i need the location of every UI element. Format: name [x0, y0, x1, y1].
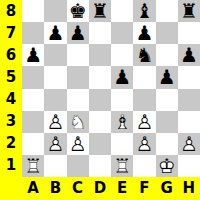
rank-label-7: 7	[0, 22, 22, 44]
piece-white-pawn[interactable]: ♟♙	[67, 133, 89, 155]
rank-label-6: 6	[0, 44, 22, 66]
square-b4[interactable]	[44, 89, 66, 111]
square-f6[interactable]: ♞	[133, 44, 155, 66]
rank-label-3: 3	[0, 111, 22, 133]
piece-black-pawn[interactable]: ♟	[111, 66, 133, 88]
file-label-e: E	[111, 177, 133, 200]
square-b6[interactable]	[44, 44, 66, 66]
square-a4[interactable]	[22, 89, 44, 111]
square-a3[interactable]	[22, 111, 44, 133]
file-label-h: H	[178, 177, 200, 200]
piece-white-king[interactable]: ♚♔	[156, 155, 178, 177]
square-g2[interactable]	[156, 133, 178, 155]
piece-black-bishop[interactable]: ♝	[133, 0, 155, 22]
square-f5[interactable]	[133, 66, 155, 88]
file-label-a: A	[22, 177, 44, 200]
square-d5[interactable]	[89, 66, 111, 88]
black-pawn-icon: ♟	[156, 66, 178, 88]
file-label-b: B	[44, 177, 66, 200]
square-g1[interactable]: ♚♔	[156, 155, 178, 177]
piece-white-rook[interactable]: ♜♖	[22, 155, 44, 177]
black-pawn-icon: ♟	[22, 44, 44, 66]
square-d7[interactable]	[89, 22, 111, 44]
rank-label-1: 1	[0, 155, 22, 177]
square-e6[interactable]	[111, 44, 133, 66]
white-bishop-icon: ♗	[111, 111, 133, 133]
piece-white-pawn[interactable]: ♟♙	[44, 111, 66, 133]
square-d4[interactable]	[89, 89, 111, 111]
piece-black-pawn[interactable]: ♟	[67, 22, 89, 44]
square-c2[interactable]: ♟♙	[67, 133, 89, 155]
white-pawn-icon: ♙	[133, 111, 155, 133]
black-king-icon: ♚	[67, 0, 89, 22]
square-h4[interactable]	[178, 89, 200, 111]
square-c4[interactable]	[67, 89, 89, 111]
square-h2[interactable]: ♟♙	[178, 133, 200, 155]
square-a7[interactable]	[22, 22, 44, 44]
square-a1[interactable]: ♜♖	[22, 155, 44, 177]
piece-black-pawn[interactable]: ♟	[44, 22, 66, 44]
square-c6[interactable]	[67, 44, 89, 66]
square-f2[interactable]: ♟♙	[133, 133, 155, 155]
piece-white-bishop[interactable]: ♝♗	[111, 111, 133, 133]
square-c7[interactable]: ♟	[67, 22, 89, 44]
piece-white-pawn[interactable]: ♟♙	[133, 111, 155, 133]
square-g5[interactable]: ♟	[156, 66, 178, 88]
white-king-icon: ♔	[156, 155, 178, 177]
square-f8[interactable]: ♝	[133, 0, 155, 22]
square-a2[interactable]	[22, 133, 44, 155]
piece-white-pawn[interactable]: ♟♙	[133, 133, 155, 155]
square-b1[interactable]	[44, 155, 66, 177]
corner-cell	[0, 177, 22, 200]
white-rook-icon: ♖	[111, 155, 133, 177]
square-d2[interactable]	[89, 133, 111, 155]
black-pawn-icon: ♟	[178, 44, 200, 66]
white-rook-icon: ♖	[22, 155, 44, 177]
white-pawn-icon: ♙	[178, 133, 200, 155]
rank-label-2: 2	[0, 133, 22, 155]
piece-white-pawn[interactable]: ♟♙	[178, 133, 200, 155]
square-g7[interactable]	[156, 22, 178, 44]
black-pawn-icon: ♟	[133, 22, 155, 44]
square-e8[interactable]	[111, 0, 133, 22]
square-e4[interactable]	[111, 89, 133, 111]
piece-white-rook[interactable]: ♜♖	[111, 155, 133, 177]
square-g4[interactable]	[156, 89, 178, 111]
square-a6[interactable]: ♟	[22, 44, 44, 66]
square-h8[interactable]: ♜	[178, 0, 200, 22]
square-d8[interactable]: ♜	[89, 0, 111, 22]
square-h1[interactable]	[178, 155, 200, 177]
rank-label-8: 8	[0, 0, 22, 22]
piece-black-pawn[interactable]: ♟	[178, 44, 200, 66]
black-pawn-icon: ♟	[44, 22, 66, 44]
rank-label-4: 4	[0, 89, 22, 111]
square-h3[interactable]	[178, 111, 200, 133]
piece-black-knight[interactable]: ♞	[133, 44, 155, 66]
square-d3[interactable]	[89, 111, 111, 133]
square-e3[interactable]: ♝♗	[111, 111, 133, 133]
square-f7[interactable]: ♟	[133, 22, 155, 44]
square-b5[interactable]	[44, 66, 66, 88]
black-pawn-icon: ♟	[111, 66, 133, 88]
square-g3[interactable]	[156, 111, 178, 133]
black-knight-icon: ♞	[133, 44, 155, 66]
chess-board: 8♚♜♝♜7♟♟♟6♟♞♟5♟♟43♟♙♞♘♝♗♟♙2♟♙♟♙♟♙♟♙1♜♖♜♖…	[0, 0, 200, 200]
square-e2[interactable]	[111, 133, 133, 155]
square-e7[interactable]	[111, 22, 133, 44]
file-label-g: G	[156, 177, 178, 200]
black-pawn-icon: ♟	[67, 22, 89, 44]
square-h5[interactable]	[178, 66, 200, 88]
square-f4[interactable]	[133, 89, 155, 111]
piece-white-knight[interactable]: ♞♘	[67, 111, 89, 133]
white-pawn-icon: ♙	[44, 133, 66, 155]
square-f1[interactable]	[133, 155, 155, 177]
square-c3[interactable]: ♞♘	[67, 111, 89, 133]
square-d1[interactable]	[89, 155, 111, 177]
rank-label-5: 5	[0, 66, 22, 88]
piece-black-rook[interactable]: ♜	[178, 0, 200, 22]
black-bishop-icon: ♝	[133, 0, 155, 22]
black-rook-icon: ♜	[89, 0, 111, 22]
square-b3[interactable]: ♟♙	[44, 111, 66, 133]
square-b2[interactable]: ♟♙	[44, 133, 66, 155]
piece-black-king[interactable]: ♚	[67, 0, 89, 22]
black-rook-icon: ♜	[178, 0, 200, 22]
piece-black-pawn[interactable]: ♟	[22, 44, 44, 66]
square-c5[interactable]	[67, 66, 89, 88]
file-label-c: C	[67, 177, 89, 200]
chess-position-screenshot: 8♚♜♝♜7♟♟♟6♟♞♟5♟♟43♟♙♞♘♝♗♟♙2♟♙♟♙♟♙♟♙1♜♖♜♖…	[0, 0, 200, 200]
piece-black-pawn[interactable]: ♟	[133, 22, 155, 44]
square-d6[interactable]	[89, 44, 111, 66]
square-a5[interactable]	[22, 66, 44, 88]
square-b7[interactable]: ♟	[44, 22, 66, 44]
white-pawn-icon: ♙	[44, 111, 66, 133]
square-b8[interactable]	[44, 0, 66, 22]
white-knight-icon: ♘	[67, 111, 89, 133]
piece-black-rook[interactable]: ♜	[89, 0, 111, 22]
square-e1[interactable]: ♜♖	[111, 155, 133, 177]
white-pawn-icon: ♙	[67, 133, 89, 155]
square-g8[interactable]	[156, 0, 178, 22]
square-c8[interactable]: ♚	[67, 0, 89, 22]
piece-white-pawn[interactable]: ♟♙	[44, 133, 66, 155]
square-f3[interactable]: ♟♙	[133, 111, 155, 133]
file-label-d: D	[89, 177, 111, 200]
square-h7[interactable]	[178, 22, 200, 44]
square-g6[interactable]	[156, 44, 178, 66]
square-e5[interactable]: ♟	[111, 66, 133, 88]
file-label-f: F	[133, 177, 155, 200]
square-h6[interactable]: ♟	[178, 44, 200, 66]
square-c1[interactable]	[67, 155, 89, 177]
piece-black-pawn[interactable]: ♟	[156, 66, 178, 88]
white-pawn-icon: ♙	[133, 133, 155, 155]
square-a8[interactable]	[22, 0, 44, 22]
